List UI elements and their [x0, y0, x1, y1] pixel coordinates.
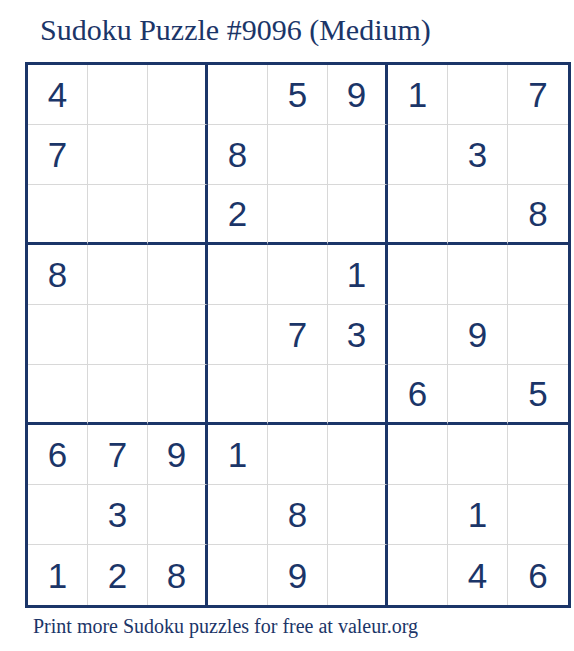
cell-r1c2-empty [88, 65, 148, 125]
cell-r1c3-empty [148, 65, 208, 125]
cell-r2c4-given: 8 [208, 125, 268, 185]
cell-r6c7-given: 6 [388, 365, 448, 425]
cell-r4c1-given: 8 [28, 245, 88, 305]
cell-r5c2-empty [88, 305, 148, 365]
cell-r1c5-given: 5 [268, 65, 328, 125]
cell-r9c4-empty [208, 545, 268, 605]
cell-r7c5-empty [268, 425, 328, 485]
cell-r5c1-empty [28, 305, 88, 365]
cell-r6c1-empty [28, 365, 88, 425]
cell-r4c3-empty [148, 245, 208, 305]
cell-r7c2-given: 7 [88, 425, 148, 485]
cell-r6c6-empty [328, 365, 388, 425]
cell-r9c6-empty [328, 545, 388, 605]
cell-r1c4-empty [208, 65, 268, 125]
cell-r2c6-empty [328, 125, 388, 185]
cell-r9c8-given: 4 [448, 545, 508, 605]
cell-r5c8-given: 9 [448, 305, 508, 365]
cell-r3c5-empty [268, 185, 328, 245]
cell-r6c3-empty [148, 365, 208, 425]
cell-r4c6-given: 1 [328, 245, 388, 305]
cell-r3c7-empty [388, 185, 448, 245]
cell-r5c3-empty [148, 305, 208, 365]
cell-r8c9-empty [508, 485, 568, 545]
cell-r8c1-empty [28, 485, 88, 545]
cell-r7c4-given: 1 [208, 425, 268, 485]
cell-r3c3-empty [148, 185, 208, 245]
cell-r9c2-given: 2 [88, 545, 148, 605]
cell-r7c9-empty [508, 425, 568, 485]
cell-r3c9-given: 8 [508, 185, 568, 245]
cell-r3c8-empty [448, 185, 508, 245]
cell-r4c8-empty [448, 245, 508, 305]
cell-r9c7-empty [388, 545, 448, 605]
cell-r3c4-given: 2 [208, 185, 268, 245]
footer-text: Print more Sudoku puzzles for free at va… [33, 615, 418, 638]
cell-r3c2-empty [88, 185, 148, 245]
cell-r2c3-empty [148, 125, 208, 185]
cell-r8c6-empty [328, 485, 388, 545]
cell-r1c9-given: 7 [508, 65, 568, 125]
cell-r3c6-empty [328, 185, 388, 245]
cell-r9c1-given: 1 [28, 545, 88, 605]
cell-r2c1-given: 7 [28, 125, 88, 185]
cell-r3c1-empty [28, 185, 88, 245]
cell-r6c2-empty [88, 365, 148, 425]
cell-r6c5-empty [268, 365, 328, 425]
cell-r1c1-given: 4 [28, 65, 88, 125]
cell-r2c2-empty [88, 125, 148, 185]
cell-r2c8-given: 3 [448, 125, 508, 185]
cell-r5c7-empty [388, 305, 448, 365]
cell-r7c8-empty [448, 425, 508, 485]
cell-r4c7-empty [388, 245, 448, 305]
sudoku-board: 459177832881739656791381128946 [25, 62, 571, 608]
cell-r4c9-empty [508, 245, 568, 305]
cell-r8c2-given: 3 [88, 485, 148, 545]
cell-r5c4-empty [208, 305, 268, 365]
cell-r2c7-empty [388, 125, 448, 185]
cell-r8c3-empty [148, 485, 208, 545]
cell-r2c9-empty [508, 125, 568, 185]
cell-r8c8-given: 1 [448, 485, 508, 545]
cell-r8c4-empty [208, 485, 268, 545]
cell-r9c9-given: 6 [508, 545, 568, 605]
cell-r4c4-empty [208, 245, 268, 305]
cell-r1c7-given: 1 [388, 65, 448, 125]
cell-r5c5-given: 7 [268, 305, 328, 365]
cell-r1c6-given: 9 [328, 65, 388, 125]
cell-r6c8-empty [448, 365, 508, 425]
cell-r8c7-empty [388, 485, 448, 545]
cell-r1c8-empty [448, 65, 508, 125]
cell-r7c3-given: 9 [148, 425, 208, 485]
cell-r7c1-given: 6 [28, 425, 88, 485]
cell-r8c5-given: 8 [268, 485, 328, 545]
cell-r9c5-given: 9 [268, 545, 328, 605]
cell-r2c5-empty [268, 125, 328, 185]
cell-r4c2-empty [88, 245, 148, 305]
cell-r4c5-empty [268, 245, 328, 305]
cell-r5c9-empty [508, 305, 568, 365]
page-title: Sudoku Puzzle #9096 (Medium) [40, 13, 431, 47]
cell-r7c7-empty [388, 425, 448, 485]
cell-r6c9-given: 5 [508, 365, 568, 425]
cell-r7c6-empty [328, 425, 388, 485]
cell-r6c4-empty [208, 365, 268, 425]
cell-r9c3-given: 8 [148, 545, 208, 605]
cell-r5c6-given: 3 [328, 305, 388, 365]
